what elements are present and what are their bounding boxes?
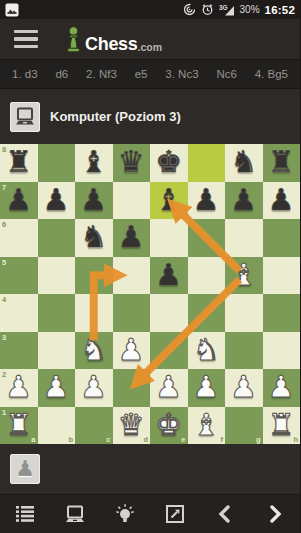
piece-white-knight[interactable]: ♞ (188, 331, 226, 369)
square-g2[interactable]: ♟ (225, 369, 263, 407)
status-bar: 3G 30% 16:52 (0, 0, 300, 19)
square-d1[interactable]: d♛ (113, 407, 151, 445)
piece-white-pawn[interactable]: ♟ (113, 331, 151, 369)
square-e1[interactable]: e♚ (150, 407, 188, 445)
square-f8[interactable] (188, 144, 226, 182)
hint-lightbulb-icon (114, 503, 136, 525)
move-token[interactable]: 1. d3 (12, 68, 38, 80)
player-name: Komputer (Poziom 3) (50, 109, 181, 124)
square-b6[interactable] (38, 219, 76, 257)
hamburger-icon (14, 30, 38, 34)
chess-app: 3G 30% 16:52 Chess .com 1. d3d62. (0, 0, 300, 533)
piece-white-rook[interactable]: ♜ (0, 406, 38, 444)
chevron-right-icon (267, 504, 283, 524)
piece-black-bishop[interactable]: ♝ (75, 143, 113, 181)
square-f1[interactable]: f♝ (188, 407, 226, 445)
hint-button[interactable] (100, 495, 150, 533)
coord-label: 6 (2, 221, 6, 229)
coord-label: 4 (2, 296, 6, 304)
player-bar-top: Komputer (Poziom 3) (0, 89, 300, 144)
coord-label: 3 (2, 334, 6, 342)
square-b4[interactable] (38, 294, 76, 332)
piece-black-rook[interactable]: ♜ (0, 143, 38, 181)
square-h6[interactable] (263, 219, 301, 257)
piece-black-queen[interactable]: ♛ (113, 143, 151, 181)
square-b3[interactable] (38, 332, 76, 370)
computer-mode-icon (64, 505, 86, 524)
square-e6[interactable] (150, 219, 188, 257)
move-token[interactable]: 2. Nf3 (86, 68, 117, 80)
square-g8[interactable]: ♞ (225, 144, 263, 182)
move-token[interactable]: 3. Nc3 (165, 68, 198, 80)
square-c4[interactable] (75, 294, 113, 332)
piece-white-rook[interactable]: ♜ (263, 406, 301, 444)
bottom-toolbar (0, 494, 300, 533)
piece-black-knight[interactable]: ♞ (75, 218, 113, 256)
square-h2[interactable]: ♟ (263, 369, 301, 407)
screenshot-notification-icon (5, 3, 19, 17)
square-f5[interactable] (188, 257, 226, 295)
square-d8[interactable]: ♛ (113, 144, 151, 182)
piece-black-pawn[interactable]: ♟ (225, 181, 263, 219)
computer-icon (14, 107, 36, 127)
forward-button[interactable] (250, 495, 300, 533)
square-e4[interactable] (150, 294, 188, 332)
move-token[interactable]: 4. Bg5 (255, 68, 288, 80)
piece-white-pawn[interactable]: ♟ (225, 368, 263, 406)
square-b7[interactable]: ♟ (38, 182, 76, 220)
square-a4[interactable]: 4 (0, 294, 38, 332)
battery-percent: 30% (240, 4, 260, 15)
square-e3[interactable] (150, 332, 188, 370)
piece-black-pawn[interactable]: ♟ (263, 181, 301, 219)
square-g3[interactable] (225, 332, 263, 370)
square-d6[interactable]: ♟ (113, 219, 151, 257)
moves-list-icon (15, 505, 35, 523)
square-c3[interactable]: ♞ (75, 332, 113, 370)
pawn-avatar-icon: ♟ (15, 458, 35, 480)
square-c2[interactable]: ♟ (75, 369, 113, 407)
square-f7[interactable]: ♟ (188, 182, 226, 220)
square-c1[interactable]: c (75, 407, 113, 445)
square-c6[interactable]: ♞ (75, 219, 113, 257)
move-token[interactable]: e5 (135, 68, 148, 80)
square-f6[interactable] (188, 219, 226, 257)
square-b1[interactable]: b (38, 407, 76, 445)
square-h7[interactable]: ♟ (263, 182, 301, 220)
piece-black-pawn[interactable]: ♟ (113, 218, 151, 256)
expand-button[interactable] (150, 495, 200, 533)
menu-button[interactable] (14, 30, 38, 49)
piece-white-bishop[interactable]: ♝ (225, 256, 263, 294)
data-saver-icon (183, 3, 196, 16)
coord-label: 5 (2, 259, 6, 267)
back-button[interactable] (200, 495, 250, 533)
square-a5[interactable]: 5 (0, 257, 38, 295)
coord-label: g (256, 436, 261, 444)
move-token[interactable]: Nc6 (216, 68, 236, 80)
piece-black-pawn[interactable]: ♟ (38, 181, 76, 219)
piece-white-pawn[interactable]: ♟ (188, 368, 226, 406)
piece-white-pawn[interactable]: ♟ (0, 368, 38, 406)
chess-board: 8♜♝♛♚♞♜7♟♟♟♝♟♟♟6♞♟5♟♝43♞♟♞2♟♟♟♟♟♟♟1a♜bcd… (0, 144, 300, 444)
square-e8[interactable]: ♚ (150, 144, 188, 182)
square-a3[interactable]: 3 (0, 332, 38, 370)
piece-black-pawn[interactable]: ♟ (75, 181, 113, 219)
computer-mode-button[interactable] (50, 495, 100, 533)
square-a2[interactable]: 2♟ (0, 369, 38, 407)
square-h8[interactable]: ♜ (263, 144, 301, 182)
computer-avatar (10, 102, 40, 132)
app-header: Chess .com (0, 19, 300, 60)
square-f2[interactable]: ♟ (188, 369, 226, 407)
piece-black-pawn[interactable]: ♟ (150, 256, 188, 294)
moves-list-button[interactable] (0, 495, 50, 533)
piece-black-rook[interactable]: ♜ (263, 143, 301, 181)
chesscom-logo[interactable]: Chess .com (64, 25, 162, 53)
square-d2[interactable] (113, 369, 151, 407)
square-f3[interactable]: ♞ (188, 332, 226, 370)
square-h5[interactable] (263, 257, 301, 295)
svg-text:3G: 3G (219, 4, 228, 11)
square-h3[interactable] (263, 332, 301, 370)
square-c8[interactable]: ♝ (75, 144, 113, 182)
piece-black-knight[interactable]: ♞ (225, 143, 263, 181)
moves-bar: 1. d3d62. Nf3e53. Nc3Nc64. Bg5 (0, 60, 300, 89)
piece-black-king[interactable]: ♚ (150, 143, 188, 181)
coord-label: c (106, 436, 110, 444)
piece-white-knight[interactable]: ♞ (75, 331, 113, 369)
piece-white-bishop[interactable]: ♝ (188, 406, 226, 444)
square-g5[interactable]: ♝ (225, 257, 263, 295)
square-f4[interactable] (188, 294, 226, 332)
square-a1[interactable]: 1a♜ (0, 407, 38, 445)
pawn-avatar: ♟ (10, 454, 40, 484)
square-h4[interactable] (263, 294, 301, 332)
square-c7[interactable]: ♟ (75, 182, 113, 220)
square-c5[interactable] (75, 257, 113, 295)
square-b2[interactable]: ♟ (38, 369, 76, 407)
board-wrap: 8♜♝♛♚♞♜7♟♟♟♝♟♟♟6♞♟5♟♝43♞♟♞2♟♟♟♟♟♟♟1a♜bcd… (0, 144, 300, 444)
square-g6[interactable] (225, 219, 263, 257)
square-a7[interactable]: 7♟ (0, 182, 38, 220)
piece-white-pawn[interactable]: ♟ (263, 368, 301, 406)
clock-time: 16:52 (265, 4, 295, 16)
piece-black-pawn[interactable]: ♟ (0, 181, 38, 219)
coord-label: b (68, 436, 73, 444)
square-b8[interactable] (38, 144, 76, 182)
logo-text: Chess (85, 35, 138, 53)
square-d4[interactable] (113, 294, 151, 332)
alarm-clock-icon (201, 3, 214, 16)
square-a8[interactable]: 8♜ (0, 144, 38, 182)
chevron-left-icon (217, 504, 233, 524)
square-h1[interactable]: h♜ (263, 407, 301, 445)
square-e2[interactable]: ♟ (150, 369, 188, 407)
square-g7[interactable]: ♟ (225, 182, 263, 220)
square-e5[interactable]: ♟ (150, 257, 188, 295)
move-token[interactable]: d6 (55, 68, 68, 80)
square-g4[interactable] (225, 294, 263, 332)
piece-white-pawn[interactable]: ♟ (150, 368, 188, 406)
piece-white-pawn[interactable]: ♟ (75, 368, 113, 406)
logo-suffix: .com (138, 42, 163, 53)
square-e7[interactable]: ♝ (150, 182, 188, 220)
piece-black-pawn[interactable]: ♟ (188, 181, 226, 219)
piece-white-queen[interactable]: ♛ (113, 406, 151, 444)
piece-white-king[interactable]: ♚ (150, 406, 188, 444)
piece-white-pawn[interactable]: ♟ (38, 368, 76, 406)
logo-pawn-icon (64, 25, 83, 53)
player-bar-bottom: ♟ (0, 444, 300, 494)
expand-board-icon (165, 504, 185, 524)
square-a6[interactable]: 6 (0, 219, 38, 257)
square-d7[interactable] (113, 182, 151, 220)
square-g1[interactable]: g (225, 407, 263, 445)
signal-3g-icon: 3G (219, 3, 235, 16)
square-d3[interactable]: ♟ (113, 332, 151, 370)
piece-black-bishop[interactable]: ♝ (150, 181, 188, 219)
square-b5[interactable] (38, 257, 76, 295)
square-d5[interactable] (113, 257, 151, 295)
